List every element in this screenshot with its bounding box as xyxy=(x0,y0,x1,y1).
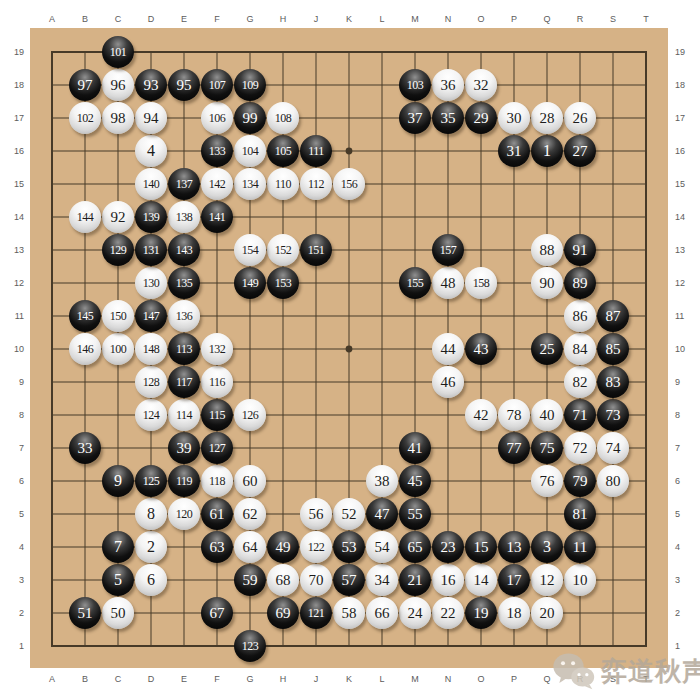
stone-number: 11 xyxy=(573,539,587,554)
column-label: T xyxy=(630,674,663,688)
stone-number: 155 xyxy=(407,277,424,289)
stone-number: 137 xyxy=(176,178,193,190)
stone: 53 xyxy=(333,531,365,563)
stone-number: 111 xyxy=(308,145,324,157)
stone: 13 xyxy=(498,531,530,563)
stone: 133 xyxy=(201,135,233,167)
row-label: 18 xyxy=(671,69,695,102)
stone: 43 xyxy=(465,333,497,365)
stone-number: 140 xyxy=(143,178,160,190)
stone: 119 xyxy=(168,465,200,497)
stone: 147 xyxy=(135,300,167,332)
stone: 132 xyxy=(201,333,233,365)
stone-number: 46 xyxy=(441,374,456,389)
stone: 35 xyxy=(432,102,464,134)
stone: 148 xyxy=(135,333,167,365)
stone: 120 xyxy=(168,498,200,530)
column-label: B xyxy=(69,14,102,28)
stone: 150 xyxy=(102,300,134,332)
stone-number: 146 xyxy=(77,343,94,355)
stone: 41 xyxy=(399,432,431,464)
stone-number: 8 xyxy=(147,506,155,522)
stone: 54 xyxy=(366,531,398,563)
stone: 146 xyxy=(69,333,101,365)
column-label: L xyxy=(366,14,399,28)
column-label: G xyxy=(234,14,267,28)
stone: 24 xyxy=(399,597,431,629)
stone: 122 xyxy=(300,531,332,563)
stone-number: 93 xyxy=(144,77,159,92)
stone: 9 xyxy=(102,465,134,497)
stone: 71 xyxy=(564,399,596,431)
stone-number: 50 xyxy=(111,605,126,620)
stone-number: 32 xyxy=(474,77,489,92)
stone: 128 xyxy=(135,366,167,398)
stone: 149 xyxy=(234,267,266,299)
stone-number: 129 xyxy=(110,244,127,256)
stone-number: 83 xyxy=(606,374,621,389)
stone-number: 41 xyxy=(408,440,423,455)
stone-number: 81 xyxy=(573,506,588,521)
stone-number: 59 xyxy=(243,572,258,587)
stone-number: 103 xyxy=(407,79,424,91)
stone-number: 98 xyxy=(111,110,126,125)
stone-number: 78 xyxy=(507,407,522,422)
stones-grid: 1234567891011121314151617181920212223242… xyxy=(36,36,663,663)
stone: 20 xyxy=(531,597,563,629)
stone: 44 xyxy=(432,333,464,365)
stone-number: 131 xyxy=(143,244,160,256)
stone: 67 xyxy=(201,597,233,629)
stone: 135 xyxy=(168,267,200,299)
stone-number: 5 xyxy=(114,572,122,588)
stone-number: 138 xyxy=(176,211,193,223)
stone: 83 xyxy=(597,366,629,398)
row-label: 19 xyxy=(4,36,28,69)
stone-number: 116 xyxy=(209,376,225,388)
stone-number: 9 xyxy=(114,473,122,489)
row-labels-right: 19181716151413121110987654321 xyxy=(671,36,695,663)
stone-number: 148 xyxy=(143,343,160,355)
stone-number: 152 xyxy=(275,244,292,256)
stone-number: 122 xyxy=(308,541,325,553)
row-label: 17 xyxy=(4,102,28,135)
column-label: P xyxy=(498,14,531,28)
stone: 58 xyxy=(333,597,365,629)
stone: 98 xyxy=(102,102,134,134)
stone-number: 18 xyxy=(507,605,522,620)
stone: 137 xyxy=(168,168,200,200)
stone-number: 112 xyxy=(308,178,324,190)
row-label: 18 xyxy=(4,69,28,102)
stone-number: 104 xyxy=(242,145,259,157)
stone-number: 115 xyxy=(209,409,225,421)
stone: 19 xyxy=(465,597,497,629)
stone: 27 xyxy=(564,135,596,167)
stone: 118 xyxy=(201,465,233,497)
stone: 101 xyxy=(102,36,134,68)
stone-number: 65 xyxy=(408,539,423,554)
stone-number: 144 xyxy=(77,211,94,223)
stone-number: 107 xyxy=(209,79,226,91)
stone: 60 xyxy=(234,465,266,497)
stone-number: 16 xyxy=(441,572,456,587)
column-label: S xyxy=(597,14,630,28)
stone: 17 xyxy=(498,564,530,596)
stone-number: 90 xyxy=(540,275,555,290)
stone-number: 139 xyxy=(143,211,160,223)
stone-number: 4 xyxy=(147,143,155,159)
stone: 12 xyxy=(531,564,563,596)
stone: 4 xyxy=(135,135,167,167)
stone: 85 xyxy=(597,333,629,365)
row-labels-left: 19181716151413121110987654321 xyxy=(4,36,28,663)
row-label: 10 xyxy=(4,333,28,366)
stone-number: 91 xyxy=(573,242,588,257)
column-label: E xyxy=(168,14,201,28)
stone: 48 xyxy=(432,267,464,299)
stone-number: 153 xyxy=(275,277,292,289)
stone: 42 xyxy=(465,399,497,431)
stone-number: 57 xyxy=(342,572,357,587)
row-label: 15 xyxy=(671,168,695,201)
stone: 74 xyxy=(597,432,629,464)
stone-number: 87 xyxy=(606,308,621,323)
stone-number: 86 xyxy=(573,308,588,323)
stone: 152 xyxy=(267,234,299,266)
column-label: N xyxy=(432,674,465,688)
stone: 31 xyxy=(498,135,530,167)
stone-number: 97 xyxy=(78,77,93,92)
stone: 112 xyxy=(300,168,332,200)
stone-number: 19 xyxy=(474,605,489,620)
stone-number: 1 xyxy=(543,143,551,159)
stone: 68 xyxy=(267,564,299,596)
stone-number: 20 xyxy=(540,605,555,620)
stone: 36 xyxy=(432,69,464,101)
stone: 38 xyxy=(366,465,398,497)
stone-number: 31 xyxy=(507,143,522,158)
stone: 89 xyxy=(564,267,596,299)
stone: 1 xyxy=(531,135,563,167)
stone: 113 xyxy=(168,333,200,365)
stone: 37 xyxy=(399,102,431,134)
row-label: 1 xyxy=(671,630,695,663)
stone: 40 xyxy=(531,399,563,431)
stone-number: 100 xyxy=(110,343,127,355)
stone: 79 xyxy=(564,465,596,497)
stone-number: 3 xyxy=(543,539,551,555)
stone-number: 14 xyxy=(474,572,489,587)
column-label: T xyxy=(630,14,663,28)
stone-number: 101 xyxy=(110,46,127,58)
stone-number: 123 xyxy=(242,640,259,652)
stone-number: 28 xyxy=(540,110,555,125)
stone-number: 7 xyxy=(114,539,122,555)
stone-number: 47 xyxy=(375,506,390,521)
row-label: 14 xyxy=(671,201,695,234)
stone-number: 147 xyxy=(143,310,160,322)
stone-number: 133 xyxy=(209,145,226,157)
stone: 81 xyxy=(564,498,596,530)
stone: 45 xyxy=(399,465,431,497)
stone: 139 xyxy=(135,201,167,233)
stone-number: 80 xyxy=(606,473,621,488)
stone: 127 xyxy=(201,432,233,464)
stone-number: 2 xyxy=(147,539,155,555)
stone-number: 12 xyxy=(540,572,555,587)
row-label: 16 xyxy=(4,135,28,168)
stone: 108 xyxy=(267,102,299,134)
column-label: S xyxy=(597,674,630,688)
stone-number: 70 xyxy=(309,572,324,587)
stone: 61 xyxy=(201,498,233,530)
stone-number: 79 xyxy=(573,473,588,488)
column-label: J xyxy=(300,14,333,28)
stone-number: 30 xyxy=(507,110,522,125)
stone-number: 73 xyxy=(606,407,621,422)
stone: 104 xyxy=(234,135,266,167)
stone-number: 126 xyxy=(242,409,259,421)
stone: 100 xyxy=(102,333,134,365)
column-label: H xyxy=(267,674,300,688)
row-label: 9 xyxy=(4,366,28,399)
stone: 55 xyxy=(399,498,431,530)
stone-number: 74 xyxy=(606,440,621,455)
stone: 57 xyxy=(333,564,365,596)
row-label: 6 xyxy=(671,465,695,498)
stone: 66 xyxy=(366,597,398,629)
stone-number: 127 xyxy=(209,442,226,454)
row-label: 10 xyxy=(671,333,695,366)
go-board: 1234567891011121314151617181920212223242… xyxy=(30,28,668,668)
stone-number: 23 xyxy=(441,539,456,554)
stone: 14 xyxy=(465,564,497,596)
stone-number: 66 xyxy=(375,605,390,620)
row-label: 12 xyxy=(671,267,695,300)
stone: 77 xyxy=(498,432,530,464)
stone: 76 xyxy=(531,465,563,497)
stone-number: 21 xyxy=(408,572,423,587)
stone-number: 53 xyxy=(342,539,357,554)
stone-number: 105 xyxy=(275,145,292,157)
stone: 64 xyxy=(234,531,266,563)
stone: 56 xyxy=(300,498,332,530)
column-label: Q xyxy=(531,14,564,28)
stone-number: 36 xyxy=(441,77,456,92)
stone: 50 xyxy=(102,597,134,629)
column-label: L xyxy=(366,674,399,688)
stone: 51 xyxy=(69,597,101,629)
stone: 111 xyxy=(300,135,332,167)
stone-number: 109 xyxy=(242,79,259,91)
column-label: F xyxy=(201,674,234,688)
stone-number: 132 xyxy=(209,343,226,355)
stone-number: 95 xyxy=(177,77,192,92)
stone-number: 67 xyxy=(210,605,225,620)
stone: 102 xyxy=(69,102,101,134)
stone: 99 xyxy=(234,102,266,134)
row-label: 15 xyxy=(4,168,28,201)
stone: 86 xyxy=(564,300,596,332)
row-label: 9 xyxy=(671,366,695,399)
stone: 154 xyxy=(234,234,266,266)
column-label: P xyxy=(498,674,531,688)
stone-number: 34 xyxy=(375,572,390,587)
stone: 3 xyxy=(531,531,563,563)
stone: 11 xyxy=(564,531,596,563)
stone-number: 102 xyxy=(77,112,94,124)
stone: 144 xyxy=(69,201,101,233)
stone: 125 xyxy=(135,465,167,497)
stone: 94 xyxy=(135,102,167,134)
stone-number: 135 xyxy=(176,277,193,289)
stone: 106 xyxy=(201,102,233,134)
stone: 46 xyxy=(432,366,464,398)
stone-number: 141 xyxy=(209,211,226,223)
column-label: E xyxy=(168,674,201,688)
stone-number: 75 xyxy=(540,440,555,455)
stone-number: 61 xyxy=(210,506,225,521)
stone-number: 68 xyxy=(276,572,291,587)
stone-number: 58 xyxy=(342,605,357,620)
row-label: 12 xyxy=(4,267,28,300)
stone: 107 xyxy=(201,69,233,101)
stone-number: 25 xyxy=(540,341,555,356)
stone: 157 xyxy=(432,234,464,266)
stone: 16 xyxy=(432,564,464,596)
row-label: 13 xyxy=(4,234,28,267)
stone: 116 xyxy=(201,366,233,398)
stone-number: 44 xyxy=(441,341,456,356)
column-label: K xyxy=(333,674,366,688)
stone: 32 xyxy=(465,69,497,101)
row-label: 13 xyxy=(671,234,695,267)
stone-number: 60 xyxy=(243,473,258,488)
column-label: O xyxy=(465,674,498,688)
stone-number: 6 xyxy=(147,572,155,588)
row-label: 19 xyxy=(671,36,695,69)
stone-number: 121 xyxy=(308,607,325,619)
row-label: 1 xyxy=(4,630,28,663)
stone-number: 51 xyxy=(78,605,93,620)
stone-number: 134 xyxy=(242,178,259,190)
stone: 138 xyxy=(168,201,200,233)
row-label: 8 xyxy=(4,399,28,432)
column-label: D xyxy=(135,14,168,28)
stone-number: 72 xyxy=(573,440,588,455)
stone: 62 xyxy=(234,498,266,530)
row-label: 16 xyxy=(671,135,695,168)
stone: 124 xyxy=(135,399,167,431)
stone: 93 xyxy=(135,69,167,101)
stone: 47 xyxy=(366,498,398,530)
row-label: 2 xyxy=(671,597,695,630)
stone-number: 136 xyxy=(176,310,193,322)
stone-number: 158 xyxy=(473,277,490,289)
stone-number: 117 xyxy=(176,376,192,388)
stone: 131 xyxy=(135,234,167,266)
stone-number: 142 xyxy=(209,178,226,190)
stone-number: 29 xyxy=(474,110,489,125)
stone: 92 xyxy=(102,201,134,233)
stone-number: 92 xyxy=(111,209,126,224)
stone: 155 xyxy=(399,267,431,299)
stone: 8 xyxy=(135,498,167,530)
stone: 105 xyxy=(267,135,299,167)
column-label: K xyxy=(333,14,366,28)
column-label: F xyxy=(201,14,234,28)
stone-number: 63 xyxy=(210,539,225,554)
stone-number: 88 xyxy=(540,242,555,257)
stone: 140 xyxy=(135,168,167,200)
column-label: R xyxy=(564,14,597,28)
stone: 78 xyxy=(498,399,530,431)
stone-number: 42 xyxy=(474,407,489,422)
stone: 90 xyxy=(531,267,563,299)
stone: 34 xyxy=(366,564,398,596)
stone: 123 xyxy=(234,630,266,662)
stone: 80 xyxy=(597,465,629,497)
stone-number: 40 xyxy=(540,407,555,422)
column-label: B xyxy=(69,674,102,688)
stone-number: 48 xyxy=(441,275,456,290)
stone: 151 xyxy=(300,234,332,266)
stone: 6 xyxy=(135,564,167,596)
stone-number: 118 xyxy=(209,475,225,487)
stone: 88 xyxy=(531,234,563,266)
column-label: H xyxy=(267,14,300,28)
stone-number: 56 xyxy=(309,506,324,521)
stone: 75 xyxy=(531,432,563,464)
column-labels-top: ABCDEFGHJKLMNOPQRST xyxy=(36,14,663,28)
row-label: 3 xyxy=(4,564,28,597)
stone: 141 xyxy=(201,201,233,233)
stone-number: 128 xyxy=(143,376,160,388)
stone-number: 77 xyxy=(507,440,522,455)
stone-number: 114 xyxy=(176,409,192,421)
stone: 29 xyxy=(465,102,497,134)
stone: 7 xyxy=(102,531,134,563)
stone: 134 xyxy=(234,168,266,200)
stone: 59 xyxy=(234,564,266,596)
row-label: 14 xyxy=(4,201,28,234)
stone: 10 xyxy=(564,564,596,596)
stone: 96 xyxy=(102,69,134,101)
stone: 25 xyxy=(531,333,563,365)
stone-number: 110 xyxy=(275,178,291,190)
stone: 22 xyxy=(432,597,464,629)
stone-number: 39 xyxy=(177,440,192,455)
stone: 15 xyxy=(465,531,497,563)
stone: 126 xyxy=(234,399,266,431)
stone: 114 xyxy=(168,399,200,431)
stone: 2 xyxy=(135,531,167,563)
stone: 109 xyxy=(234,69,266,101)
stone-number: 33 xyxy=(78,440,93,455)
stone-number: 150 xyxy=(110,310,127,322)
stone: 73 xyxy=(597,399,629,431)
stone-number: 130 xyxy=(143,277,160,289)
stone: 129 xyxy=(102,234,134,266)
column-label: Q xyxy=(531,674,564,688)
stone: 84 xyxy=(564,333,596,365)
stone: 117 xyxy=(168,366,200,398)
row-label: 3 xyxy=(671,564,695,597)
row-label: 4 xyxy=(4,531,28,564)
row-label: 2 xyxy=(4,597,28,630)
stone-number: 22 xyxy=(441,605,456,620)
